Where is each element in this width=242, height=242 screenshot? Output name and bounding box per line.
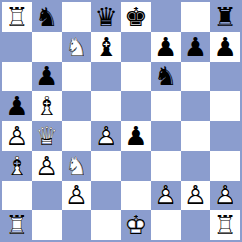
square-e6[interactable] — [121, 62, 151, 92]
black-pawn-piece: ♟ — [32, 62, 62, 92]
square-g3[interactable] — [181, 151, 211, 181]
square-h2[interactable]: ♟♙ — [210, 181, 240, 211]
square-a3[interactable]: ♝♗ — [2, 151, 32, 181]
black-pawn-piece: ♟ — [210, 32, 240, 62]
black-pawn-piece: ♟ — [121, 121, 151, 151]
white-pawn-piece: ♟♙ — [181, 181, 211, 211]
white-rook-piece: ♜♖ — [2, 2, 32, 32]
square-c1[interactable] — [62, 210, 92, 240]
square-d3[interactable] — [91, 151, 121, 181]
white-pawn-piece: ♟♙ — [91, 121, 121, 151]
square-f4[interactable] — [151, 121, 181, 151]
square-f2[interactable]: ♟♙ — [151, 181, 181, 211]
white-queen-piece: ♛♕ — [32, 121, 62, 151]
square-a4[interactable]: ♟♙ — [2, 121, 32, 151]
black-pawn-piece: ♟ — [2, 91, 32, 121]
white-knight-piece: ♞♘ — [62, 151, 92, 181]
square-a2[interactable] — [2, 181, 32, 211]
square-b5[interactable]: ♝♗ — [32, 91, 62, 121]
square-b2[interactable] — [32, 181, 62, 211]
square-d4[interactable]: ♟♙ — [91, 121, 121, 151]
white-king-piece: ♚♔ — [121, 210, 151, 240]
square-g2[interactable]: ♟♙ — [181, 181, 211, 211]
square-c4[interactable] — [62, 121, 92, 151]
square-e5[interactable] — [121, 91, 151, 121]
square-d5[interactable] — [91, 91, 121, 121]
square-e1[interactable]: ♚♔ — [121, 210, 151, 240]
white-pawn-piece: ♟♙ — [62, 181, 92, 211]
square-c7[interactable]: ♞♘ — [62, 32, 92, 62]
square-e2[interactable] — [121, 181, 151, 211]
black-bishop-piece: ♝ — [91, 32, 121, 62]
square-e7[interactable] — [121, 32, 151, 62]
square-h4[interactable] — [210, 121, 240, 151]
square-g6[interactable] — [181, 62, 211, 92]
black-rook-piece: ♜ — [210, 2, 240, 32]
square-h1[interactable]: ♜♖ — [210, 210, 240, 240]
black-queen-piece: ♛ — [91, 2, 121, 32]
white-pawn-piece: ♟♙ — [2, 121, 32, 151]
square-b3[interactable]: ♟♙ — [32, 151, 62, 181]
square-h6[interactable] — [210, 62, 240, 92]
white-pawn-piece: ♟♙ — [32, 151, 62, 181]
square-b6[interactable]: ♟ — [32, 62, 62, 92]
square-c3[interactable]: ♞♘ — [62, 151, 92, 181]
square-d2[interactable] — [91, 181, 121, 211]
black-knight-piece: ♞ — [151, 62, 181, 92]
square-b8[interactable]: ♞ — [32, 2, 62, 32]
square-h3[interactable] — [210, 151, 240, 181]
square-e3[interactable] — [121, 151, 151, 181]
square-g4[interactable] — [181, 121, 211, 151]
square-b4[interactable]: ♛♕ — [32, 121, 62, 151]
square-g1[interactable] — [181, 210, 211, 240]
square-e8[interactable]: ♚ — [121, 2, 151, 32]
white-pawn-piece: ♟♙ — [151, 181, 181, 211]
square-e4[interactable]: ♟ — [121, 121, 151, 151]
square-f6[interactable]: ♞ — [151, 62, 181, 92]
square-b7[interactable] — [32, 32, 62, 62]
black-king-piece: ♚ — [121, 2, 151, 32]
square-d8[interactable]: ♛ — [91, 2, 121, 32]
square-d1[interactable] — [91, 210, 121, 240]
square-a5[interactable]: ♟ — [2, 91, 32, 121]
square-a6[interactable] — [2, 62, 32, 92]
square-f7[interactable]: ♟ — [151, 32, 181, 62]
white-bishop-piece: ♝♗ — [32, 91, 62, 121]
square-g7[interactable]: ♟ — [181, 32, 211, 62]
square-a1[interactable]: ♜♖ — [2, 210, 32, 240]
white-pawn-piece: ♟♙ — [210, 181, 240, 211]
black-knight-piece: ♞ — [32, 2, 62, 32]
black-pawn-piece: ♟ — [151, 32, 181, 62]
square-c5[interactable] — [62, 91, 92, 121]
square-c6[interactable] — [62, 62, 92, 92]
square-f8[interactable] — [151, 2, 181, 32]
square-d7[interactable]: ♝ — [91, 32, 121, 62]
chess-board: ♜♖♞♛♚♜♞♘♝♟♟♟♟♞♟♝♗♟♙♛♕♟♙♟♝♗♟♙♞♘♟♙♟♙♟♙♟♙♜♖… — [0, 0, 242, 242]
square-f3[interactable] — [151, 151, 181, 181]
square-f5[interactable] — [151, 91, 181, 121]
white-rook-piece: ♜♖ — [210, 210, 240, 240]
square-a7[interactable] — [2, 32, 32, 62]
square-d6[interactable] — [91, 62, 121, 92]
white-knight-piece: ♞♘ — [62, 32, 92, 62]
square-h7[interactable]: ♟ — [210, 32, 240, 62]
square-b1[interactable] — [32, 210, 62, 240]
square-h5[interactable] — [210, 91, 240, 121]
square-c2[interactable]: ♟♙ — [62, 181, 92, 211]
white-bishop-piece: ♝♗ — [2, 151, 32, 181]
square-c8[interactable] — [62, 2, 92, 32]
black-pawn-piece: ♟ — [181, 32, 211, 62]
square-a8[interactable]: ♜♖ — [2, 2, 32, 32]
square-g8[interactable] — [181, 2, 211, 32]
white-rook-piece: ♜♖ — [2, 210, 32, 240]
square-g5[interactable] — [181, 91, 211, 121]
square-h8[interactable]: ♜ — [210, 2, 240, 32]
square-f1[interactable] — [151, 210, 181, 240]
